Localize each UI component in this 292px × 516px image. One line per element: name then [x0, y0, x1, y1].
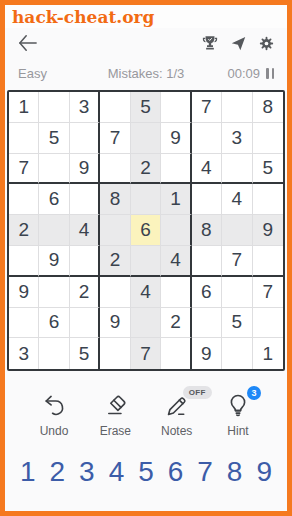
- cell-r8c9[interactable]: [253, 308, 283, 339]
- cell-r9c3[interactable]: 5: [70, 338, 100, 369]
- cell-r1c7[interactable]: 7: [192, 92, 222, 123]
- cell-r3c6[interactable]: [161, 154, 191, 185]
- mistakes-label: Mistakes: 1/3: [93, 66, 198, 81]
- cell-r5c4[interactable]: [100, 215, 130, 246]
- cell-r7c5[interactable]: 4: [131, 277, 161, 308]
- cell-r2c3[interactable]: [70, 123, 100, 154]
- cell-r8c5[interactable]: [131, 308, 161, 339]
- cell-r2c7[interactable]: [192, 123, 222, 154]
- cell-r2c4[interactable]: 7: [100, 123, 130, 154]
- gear-icon[interactable]: [258, 35, 275, 52]
- cell-r4c6[interactable]: 1: [161, 184, 191, 215]
- cell-r9c8[interactable]: [222, 338, 252, 369]
- notes-label: Notes: [161, 424, 192, 438]
- cell-r3c8[interactable]: [222, 154, 252, 185]
- nav-bar: [5, 28, 287, 56]
- eraser-icon: [102, 393, 128, 419]
- cell-r6c8[interactable]: 7: [222, 246, 252, 277]
- cell-r8c6[interactable]: 2: [161, 308, 191, 339]
- cell-r5c1[interactable]: 2: [9, 215, 39, 246]
- cell-r4c3[interactable]: [70, 184, 100, 215]
- erase-label: Erase: [100, 424, 131, 438]
- numpad-5[interactable]: 5: [138, 458, 154, 486]
- cell-r4c1[interactable]: [9, 184, 39, 215]
- cell-r9c9[interactable]: 1: [253, 338, 283, 369]
- cell-r2c1[interactable]: [9, 123, 39, 154]
- trophy-icon[interactable]: [201, 34, 219, 52]
- pause-icon[interactable]: [266, 68, 274, 79]
- cell-r8c3[interactable]: [70, 308, 100, 339]
- nav-icons: [201, 34, 275, 52]
- numpad-4[interactable]: 4: [109, 458, 125, 486]
- banner-title: hack-cheat.org: [12, 7, 154, 27]
- sudoku-board: 1357857937924568142468992479246769253579…: [7, 90, 285, 371]
- cell-r1c1[interactable]: 1: [9, 92, 39, 123]
- back-icon[interactable]: [17, 34, 39, 52]
- cell-r6c7[interactable]: [192, 246, 222, 277]
- cell-r4c8[interactable]: 4: [222, 184, 252, 215]
- cell-r9c6[interactable]: [161, 338, 191, 369]
- cell-r2c9[interactable]: [253, 123, 283, 154]
- numpad-2[interactable]: 2: [50, 458, 66, 486]
- cell-r7c8[interactable]: [222, 277, 252, 308]
- cell-r9c7[interactable]: 9: [192, 338, 222, 369]
- send-icon[interactable]: [230, 35, 247, 52]
- numpad-8[interactable]: 8: [227, 458, 243, 486]
- cell-r6c5[interactable]: [131, 246, 161, 277]
- cell-r5c7[interactable]: 8: [192, 215, 222, 246]
- cell-r6c6[interactable]: 4: [161, 246, 191, 277]
- hint-label: Hint: [227, 424, 248, 438]
- timer-group: 00:09: [199, 66, 274, 81]
- cell-r7c9[interactable]: 7: [253, 277, 283, 308]
- cell-r3c2[interactable]: [39, 154, 69, 185]
- cell-r6c2[interactable]: 9: [39, 246, 69, 277]
- cell-r6c1[interactable]: [9, 246, 39, 277]
- cell-r6c3[interactable]: [70, 246, 100, 277]
- cell-r3c3[interactable]: 9: [70, 154, 100, 185]
- cell-r4c4[interactable]: 8: [100, 184, 130, 215]
- difficulty-label: Easy: [18, 66, 93, 81]
- cell-r7c1[interactable]: 9: [9, 277, 39, 308]
- cell-r4c7[interactable]: [192, 184, 222, 215]
- banner: hack-cheat.org: [5, 5, 287, 28]
- cell-r8c2[interactable]: 6: [39, 308, 69, 339]
- timer-label: 00:09: [227, 66, 260, 81]
- cell-r6c9[interactable]: [253, 246, 283, 277]
- cell-r8c1[interactable]: [9, 308, 39, 339]
- cell-r1c5[interactable]: 5: [131, 92, 161, 123]
- cell-r1c4[interactable]: [100, 92, 130, 123]
- cell-r1c9[interactable]: 8: [253, 92, 283, 123]
- notes-off-badge: OFF: [183, 386, 212, 399]
- cell-r1c2[interactable]: [39, 92, 69, 123]
- cell-r2c5[interactable]: [131, 123, 161, 154]
- cell-r4c9[interactable]: [253, 184, 283, 215]
- erase-button[interactable]: Erase: [90, 393, 140, 438]
- app-window: hack-cheat.org: [0, 0, 292, 516]
- status-bar: Easy Mistakes: 1/3 00:09: [5, 56, 287, 85]
- cell-r7c3[interactable]: 2: [70, 277, 100, 308]
- cell-r2c2[interactable]: 5: [39, 123, 69, 154]
- cell-r5c8[interactable]: [222, 215, 252, 246]
- cell-r5c6[interactable]: [161, 215, 191, 246]
- cell-r4c5[interactable]: [131, 184, 161, 215]
- cell-r7c2[interactable]: [39, 277, 69, 308]
- cell-r1c6[interactable]: [161, 92, 191, 123]
- numpad: 123456789: [5, 438, 287, 486]
- cell-r8c4[interactable]: 9: [100, 308, 130, 339]
- cell-r9c2[interactable]: [39, 338, 69, 369]
- cell-r3c1[interactable]: 7: [9, 154, 39, 185]
- cell-r8c7[interactable]: [192, 308, 222, 339]
- cell-r5c3[interactable]: 4: [70, 215, 100, 246]
- cell-r5c9[interactable]: 9: [253, 215, 283, 246]
- cell-r4c2[interactable]: 6: [39, 184, 69, 215]
- hint-count-badge: 3: [247, 386, 261, 400]
- cell-r2c6[interactable]: 9: [161, 123, 191, 154]
- cell-r2c8[interactable]: 3: [222, 123, 252, 154]
- cell-r6c4[interactable]: 2: [100, 246, 130, 277]
- cell-r1c3[interactable]: 3: [70, 92, 100, 123]
- lightbulb-icon: [225, 393, 251, 419]
- cell-r9c1[interactable]: 3: [9, 338, 39, 369]
- toolbar: Undo Erase OFF Notes: [5, 371, 287, 438]
- cell-r3c9[interactable]: 5: [253, 154, 283, 185]
- cell-r3c7[interactable]: 4: [192, 154, 222, 185]
- notes-button[interactable]: OFF Notes: [152, 393, 202, 438]
- numpad-3[interactable]: 3: [79, 458, 95, 486]
- cell-r9c5[interactable]: 7: [131, 338, 161, 369]
- undo-icon: [41, 393, 67, 419]
- numpad-7[interactable]: 7: [197, 458, 213, 486]
- numpad-1[interactable]: 1: [20, 458, 36, 486]
- cell-r5c5[interactable]: 6: [131, 215, 161, 246]
- numpad-9[interactable]: 9: [256, 458, 272, 486]
- cell-r7c4[interactable]: [100, 277, 130, 308]
- undo-label: Undo: [40, 424, 69, 438]
- cell-r1c8[interactable]: [222, 92, 252, 123]
- hint-button[interactable]: 3 Hint: [213, 393, 263, 438]
- cell-r3c5[interactable]: 2: [131, 154, 161, 185]
- cell-r8c8[interactable]: 5: [222, 308, 252, 339]
- undo-button[interactable]: Undo: [29, 393, 79, 438]
- numpad-6[interactable]: 6: [168, 458, 184, 486]
- cell-r5c2[interactable]: [39, 215, 69, 246]
- cell-r9c4[interactable]: [100, 338, 130, 369]
- cell-r7c6[interactable]: [161, 277, 191, 308]
- cell-r7c7[interactable]: 6: [192, 277, 222, 308]
- cell-r3c4[interactable]: [100, 154, 130, 185]
